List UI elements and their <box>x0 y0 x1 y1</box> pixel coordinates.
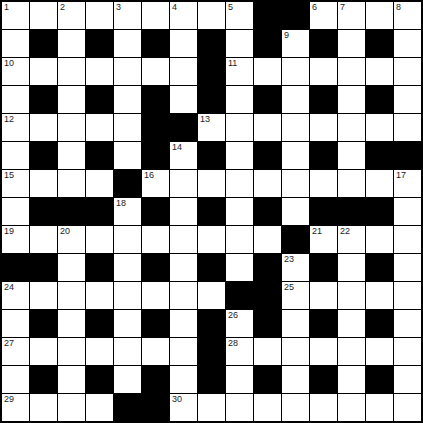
white-cell-r0c6[interactable]: 4 <box>170 2 197 29</box>
black-cell-r5c9 <box>254 142 281 169</box>
white-cell-r3c2[interactable] <box>58 86 85 113</box>
white-cell-r12c2[interactable] <box>58 338 85 365</box>
black-cell-r1c11 <box>310 30 337 57</box>
white-cell-r5c4[interactable] <box>114 142 141 169</box>
black-cell-r7c5 <box>142 198 169 225</box>
white-cell-r13c0[interactable] <box>2 366 29 393</box>
white-cell-r7c10[interactable] <box>282 198 309 225</box>
white-cell-r7c0[interactable] <box>2 198 29 225</box>
black-cell-r10c8 <box>226 282 253 309</box>
white-cell-r1c8[interactable] <box>226 30 253 57</box>
white-cell-r12c11[interactable] <box>310 338 337 365</box>
white-cell-r12c6[interactable] <box>170 338 197 365</box>
black-cell-r0c9 <box>254 2 281 29</box>
black-cell-r9c13 <box>366 254 393 281</box>
white-cell-r6c6[interactable] <box>170 170 197 197</box>
white-cell-r3c6[interactable] <box>170 86 197 113</box>
black-cell-r9c5 <box>142 254 169 281</box>
black-cell-r3c1 <box>30 86 57 113</box>
white-cell-r4c10[interactable] <box>282 114 309 141</box>
white-cell-r14c13[interactable] <box>366 394 393 421</box>
white-cell-r6c10[interactable] <box>282 170 309 197</box>
clue-number-30: 30 <box>172 394 182 404</box>
white-cell-r1c14[interactable] <box>394 30 421 57</box>
black-cell-r1c13 <box>366 30 393 57</box>
white-cell-r2c8[interactable]: 11 <box>226 58 253 85</box>
black-cell-r11c3 <box>86 310 113 337</box>
white-cell-r12c9[interactable] <box>254 338 281 365</box>
white-cell-r0c3[interactable] <box>86 2 113 29</box>
white-cell-r3c4[interactable] <box>114 86 141 113</box>
white-cell-r2c11[interactable] <box>310 58 337 85</box>
black-cell-r3c13 <box>366 86 393 113</box>
white-cell-r1c6[interactable] <box>170 30 197 57</box>
clue-number-11: 11 <box>228 58 237 68</box>
clue-number-9: 9 <box>284 30 289 40</box>
white-cell-r10c10[interactable]: 25 <box>282 282 309 309</box>
white-cell-r10c6[interactable] <box>170 282 197 309</box>
black-cell-r7c3 <box>86 198 113 225</box>
white-cell-r14c14[interactable] <box>394 394 421 421</box>
white-cell-r2c4[interactable] <box>114 58 141 85</box>
white-cell-r4c4[interactable] <box>114 114 141 141</box>
white-cell-r11c14[interactable] <box>394 310 421 337</box>
white-cell-r14c7[interactable] <box>198 394 225 421</box>
white-cell-r5c10[interactable] <box>282 142 309 169</box>
white-cell-r1c2[interactable] <box>58 30 85 57</box>
white-cell-r13c14[interactable] <box>394 366 421 393</box>
black-cell-r7c9 <box>254 198 281 225</box>
black-cell-r1c3 <box>86 30 113 57</box>
white-cell-r8c5[interactable] <box>142 226 169 253</box>
white-cell-r8c1[interactable] <box>30 226 57 253</box>
black-cell-r7c2 <box>58 198 85 225</box>
black-cell-r9c1 <box>30 254 57 281</box>
black-cell-r1c1 <box>30 30 57 57</box>
clue-number-3: 3 <box>116 2 121 12</box>
black-cell-r0c10 <box>282 2 309 29</box>
black-cell-r5c14 <box>394 142 421 169</box>
white-cell-r3c0[interactable] <box>2 86 29 113</box>
white-cell-r10c12[interactable] <box>338 282 365 309</box>
crossword-puzzle: 1234567891011121314151617181920212223242… <box>0 0 423 423</box>
white-cell-r10c4[interactable] <box>114 282 141 309</box>
white-cell-r4c3[interactable] <box>86 114 113 141</box>
white-cell-r0c1[interactable] <box>30 2 57 29</box>
black-cell-r7c12 <box>338 198 365 225</box>
white-cell-r5c6[interactable]: 14 <box>170 142 197 169</box>
clue-number-8: 8 <box>396 2 401 12</box>
white-cell-r0c0[interactable]: 1 <box>2 2 29 29</box>
white-cell-r12c14[interactable] <box>394 338 421 365</box>
white-cell-r10c13[interactable] <box>366 282 393 309</box>
white-cell-r8c14[interactable] <box>394 226 421 253</box>
white-cell-r14c8[interactable] <box>226 394 253 421</box>
black-cell-r10c9 <box>254 282 281 309</box>
black-cell-r9c11 <box>310 254 337 281</box>
white-cell-r6c0[interactable]: 15 <box>2 170 29 197</box>
white-cell-r1c4[interactable] <box>114 30 141 57</box>
black-cell-r3c3 <box>86 86 113 113</box>
white-cell-r2c10[interactable] <box>282 58 309 85</box>
black-cell-r9c7 <box>198 254 225 281</box>
white-cell-r3c10[interactable] <box>282 86 309 113</box>
white-cell-r6c3[interactable] <box>86 170 113 197</box>
black-cell-r14c4 <box>114 394 141 421</box>
clue-number-17: 17 <box>396 170 406 180</box>
black-cell-r7c13 <box>366 198 393 225</box>
white-cell-r2c2[interactable] <box>58 58 85 85</box>
black-cell-r11c1 <box>30 310 57 337</box>
black-cell-r5c11 <box>310 142 337 169</box>
black-cell-r5c3 <box>86 142 113 169</box>
black-cell-r3c7 <box>198 86 225 113</box>
black-cell-r4c5 <box>142 114 169 141</box>
black-cell-r5c1 <box>30 142 57 169</box>
white-cell-r12c1[interactable] <box>30 338 57 365</box>
clue-number-21: 21 <box>312 226 322 236</box>
black-cell-r11c9 <box>254 310 281 337</box>
white-cell-r6c5[interactable]: 16 <box>142 170 169 197</box>
white-cell-r0c7[interactable] <box>198 2 225 29</box>
white-cell-r8c12[interactable]: 22 <box>338 226 365 253</box>
white-cell-r9c14[interactable] <box>394 254 421 281</box>
black-cell-r2c7 <box>198 58 225 85</box>
white-cell-r4c14[interactable] <box>394 114 421 141</box>
black-cell-r1c7 <box>198 30 225 57</box>
white-cell-r12c13[interactable] <box>366 338 393 365</box>
white-cell-r4c9[interactable] <box>254 114 281 141</box>
black-cell-r3c9 <box>254 86 281 113</box>
clue-number-16: 16 <box>144 170 154 180</box>
white-cell-r4c13[interactable] <box>366 114 393 141</box>
black-cell-r13c7 <box>198 366 225 393</box>
white-cell-r0c13[interactable] <box>366 2 393 29</box>
white-cell-r12c5[interactable] <box>142 338 169 365</box>
black-cell-r14c5 <box>142 394 169 421</box>
black-cell-r13c3 <box>86 366 113 393</box>
white-cell-r8c2[interactable]: 20 <box>58 226 85 253</box>
white-cell-r6c13[interactable] <box>366 170 393 197</box>
white-cell-r10c11[interactable] <box>310 282 337 309</box>
white-cell-r12c12[interactable] <box>338 338 365 365</box>
clue-number-27: 27 <box>4 338 14 348</box>
black-cell-r7c1 <box>30 198 57 225</box>
white-cell-r14c12[interactable] <box>338 394 365 421</box>
black-cell-r12c7 <box>198 338 225 365</box>
black-cell-r3c5 <box>142 86 169 113</box>
black-cell-r6c4 <box>114 170 141 197</box>
black-cell-r13c5 <box>142 366 169 393</box>
clue-number-5: 5 <box>228 2 233 12</box>
white-cell-r14c6[interactable]: 30 <box>170 394 197 421</box>
white-cell-r6c7[interactable] <box>198 170 225 197</box>
white-cell-r11c2[interactable] <box>58 310 85 337</box>
white-cell-r14c0[interactable]: 29 <box>2 394 29 421</box>
white-cell-r2c14[interactable] <box>394 58 421 85</box>
white-cell-r7c6[interactable] <box>170 198 197 225</box>
white-cell-r11c8[interactable]: 26 <box>226 310 253 337</box>
white-cell-r5c0[interactable] <box>2 142 29 169</box>
white-cell-r14c10[interactable] <box>282 394 309 421</box>
black-cell-r11c5 <box>142 310 169 337</box>
white-cell-r10c0[interactable]: 24 <box>2 282 29 309</box>
white-cell-r10c14[interactable] <box>394 282 421 309</box>
white-cell-r6c9[interactable] <box>254 170 281 197</box>
clue-number-14: 14 <box>172 142 182 152</box>
white-cell-r0c12[interactable]: 7 <box>338 2 365 29</box>
black-cell-r5c13 <box>366 142 393 169</box>
black-cell-r13c9 <box>254 366 281 393</box>
white-cell-r8c3[interactable] <box>86 226 113 253</box>
white-cell-r8c8[interactable] <box>226 226 253 253</box>
white-cell-r4c0[interactable]: 12 <box>2 114 29 141</box>
white-cell-r9c4[interactable] <box>114 254 141 281</box>
white-cell-r2c12[interactable] <box>338 58 365 85</box>
white-cell-r2c6[interactable] <box>170 58 197 85</box>
white-cell-r0c2[interactable]: 2 <box>58 2 85 29</box>
white-cell-r9c12[interactable] <box>338 254 365 281</box>
white-cell-r6c8[interactable] <box>226 170 253 197</box>
clue-number-2: 2 <box>60 2 65 12</box>
black-cell-r5c7 <box>198 142 225 169</box>
clue-number-23: 23 <box>284 254 294 264</box>
clue-number-20: 20 <box>60 226 70 236</box>
white-cell-r2c9[interactable] <box>254 58 281 85</box>
white-cell-r2c3[interactable] <box>86 58 113 85</box>
clue-number-24: 24 <box>4 282 14 292</box>
white-cell-r4c7[interactable]: 13 <box>198 114 225 141</box>
white-cell-r9c2[interactable] <box>58 254 85 281</box>
white-cell-r5c8[interactable] <box>226 142 253 169</box>
white-cell-r6c11[interactable] <box>310 170 337 197</box>
white-cell-r10c3[interactable] <box>86 282 113 309</box>
white-cell-r14c2[interactable] <box>58 394 85 421</box>
clue-number-22: 22 <box>340 226 350 236</box>
white-cell-r14c1[interactable] <box>30 394 57 421</box>
white-cell-r10c2[interactable] <box>58 282 85 309</box>
white-cell-r1c12[interactable] <box>338 30 365 57</box>
white-cell-r13c8[interactable] <box>226 366 253 393</box>
crossword-grid: 1234567891011121314151617181920212223242… <box>0 0 423 423</box>
white-cell-r7c14[interactable] <box>394 198 421 225</box>
white-cell-r12c10[interactable] <box>282 338 309 365</box>
black-cell-r11c7 <box>198 310 225 337</box>
white-cell-r7c4[interactable]: 18 <box>114 198 141 225</box>
clue-number-18: 18 <box>116 198 126 208</box>
white-cell-r7c8[interactable] <box>226 198 253 225</box>
clue-number-12: 12 <box>4 114 14 124</box>
white-cell-r11c0[interactable] <box>2 310 29 337</box>
white-cell-r0c8[interactable]: 5 <box>226 2 253 29</box>
black-cell-r1c9 <box>254 30 281 57</box>
white-cell-r3c8[interactable] <box>226 86 253 113</box>
white-cell-r6c14[interactable]: 17 <box>394 170 421 197</box>
white-cell-r4c12[interactable] <box>338 114 365 141</box>
white-cell-r5c12[interactable] <box>338 142 365 169</box>
black-cell-r9c0 <box>2 254 29 281</box>
white-cell-r0c4[interactable]: 3 <box>114 2 141 29</box>
white-cell-r13c2[interactable] <box>58 366 85 393</box>
white-cell-r14c3[interactable] <box>86 394 113 421</box>
white-cell-r2c0[interactable]: 10 <box>2 58 29 85</box>
clue-number-4: 4 <box>172 2 177 12</box>
white-cell-r13c6[interactable] <box>170 366 197 393</box>
black-cell-r13c11 <box>310 366 337 393</box>
white-cell-r9c10[interactable]: 23 <box>282 254 309 281</box>
white-cell-r14c9[interactable] <box>254 394 281 421</box>
white-cell-r12c3[interactable] <box>86 338 113 365</box>
black-cell-r11c13 <box>366 310 393 337</box>
clue-number-26: 26 <box>228 310 238 320</box>
white-cell-r4c2[interactable] <box>58 114 85 141</box>
white-cell-r13c12[interactable] <box>338 366 365 393</box>
black-cell-r13c13 <box>366 366 393 393</box>
clue-number-28: 28 <box>228 338 238 348</box>
white-cell-r0c5[interactable] <box>142 2 169 29</box>
white-cell-r8c0[interactable]: 19 <box>2 226 29 253</box>
white-cell-r3c14[interactable] <box>394 86 421 113</box>
white-cell-r11c12[interactable] <box>338 310 365 337</box>
white-cell-r6c12[interactable] <box>338 170 365 197</box>
white-cell-r11c10[interactable] <box>282 310 309 337</box>
clue-number-10: 10 <box>4 58 14 68</box>
white-cell-r5c2[interactable] <box>58 142 85 169</box>
white-cell-r1c10[interactable]: 9 <box>282 30 309 57</box>
white-cell-r4c1[interactable] <box>30 114 57 141</box>
white-cell-r2c13[interactable] <box>366 58 393 85</box>
black-cell-r1c5 <box>142 30 169 57</box>
white-cell-r13c4[interactable] <box>114 366 141 393</box>
black-cell-r4c6 <box>170 114 197 141</box>
white-cell-r11c6[interactable] <box>170 310 197 337</box>
black-cell-r5c5 <box>142 142 169 169</box>
white-cell-r4c8[interactable] <box>226 114 253 141</box>
white-cell-r6c2[interactable] <box>58 170 85 197</box>
white-cell-r8c9[interactable] <box>254 226 281 253</box>
black-cell-r13c1 <box>30 366 57 393</box>
clue-number-29: 29 <box>4 394 14 404</box>
white-cell-r8c11[interactable]: 21 <box>310 226 337 253</box>
black-cell-r11c11 <box>310 310 337 337</box>
white-cell-r12c0[interactable]: 27 <box>2 338 29 365</box>
white-cell-r2c1[interactable] <box>30 58 57 85</box>
black-cell-r7c7 <box>198 198 225 225</box>
black-cell-r7c11 <box>310 198 337 225</box>
white-cell-r13c10[interactable] <box>282 366 309 393</box>
white-cell-r8c7[interactable] <box>198 226 225 253</box>
white-cell-r1c0[interactable] <box>2 30 29 57</box>
white-cell-r12c4[interactable] <box>114 338 141 365</box>
white-cell-r0c14[interactable]: 8 <box>394 2 421 29</box>
white-cell-r14c11[interactable] <box>310 394 337 421</box>
white-cell-r10c7[interactable] <box>198 282 225 309</box>
white-cell-r4c11[interactable] <box>310 114 337 141</box>
white-cell-r11c4[interactable] <box>114 310 141 337</box>
white-cell-r12c8[interactable]: 28 <box>226 338 253 365</box>
white-cell-r3c12[interactable] <box>338 86 365 113</box>
black-cell-r3c11 <box>310 86 337 113</box>
clue-number-13: 13 <box>200 114 210 124</box>
white-cell-r2c5[interactable] <box>142 58 169 85</box>
black-cell-r8c10 <box>282 226 309 253</box>
clue-number-1: 1 <box>4 2 9 12</box>
black-cell-r9c9 <box>254 254 281 281</box>
white-cell-r10c1[interactable] <box>30 282 57 309</box>
white-cell-r8c4[interactable] <box>114 226 141 253</box>
clue-number-7: 7 <box>340 2 345 12</box>
white-cell-r8c13[interactable] <box>366 226 393 253</box>
clue-number-6: 6 <box>312 2 317 12</box>
white-cell-r6c1[interactable] <box>30 170 57 197</box>
black-cell-r9c3 <box>86 254 113 281</box>
white-cell-r10c5[interactable] <box>142 282 169 309</box>
clue-number-19: 19 <box>4 226 14 236</box>
white-cell-r9c6[interactable] <box>170 254 197 281</box>
clue-number-15: 15 <box>4 170 14 180</box>
white-cell-r8c6[interactable] <box>170 226 197 253</box>
white-cell-r9c8[interactable] <box>226 254 253 281</box>
white-cell-r0c11[interactable]: 6 <box>310 2 337 29</box>
clue-number-25: 25 <box>284 282 294 292</box>
